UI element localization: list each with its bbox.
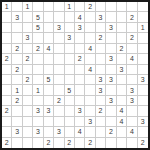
cell-r12c7[interactable] [65,117,75,127]
cell-r9c7-clue: 5 [65,85,75,95]
cell-r9c8[interactable] [75,85,85,95]
cell-r1c3-clue: 1 [23,2,33,12]
cell-r8c8[interactable] [75,75,85,85]
cell-r9c4-clue: 1 [33,85,43,95]
cell-r14c4[interactable] [33,138,43,148]
cell-r13c10[interactable] [96,127,106,137]
cell-r2c6[interactable] [54,12,64,22]
cell-r6c10[interactable] [96,54,106,64]
cell-r7c11[interactable] [106,65,116,75]
cell-r11c11[interactable] [106,106,116,116]
cell-r13c9[interactable] [85,127,95,137]
cell-r5c2-clue: 2 [12,44,22,54]
cell-r2c5[interactable] [44,12,54,22]
cell-r10c3[interactable] [23,96,33,106]
cell-r6c1-clue: 2 [2,54,12,64]
cell-r11c5-clue: 3 [44,106,54,116]
cell-r1c4[interactable] [33,2,43,12]
cell-r8c4[interactable] [33,75,43,85]
cell-r11c3[interactable] [23,106,33,116]
cell-r13c8-clue: 4 [75,127,85,137]
cell-r6c2[interactable] [12,54,22,64]
cell-r10c5[interactable] [44,96,54,106]
cell-r2c4-clue: 5 [33,12,43,22]
cell-r4c11[interactable] [106,33,116,43]
cell-r5c13[interactable] [127,44,137,54]
cell-r7c10[interactable] [96,65,106,75]
cell-r12c5[interactable] [44,117,54,127]
cell-r13c1[interactable] [2,127,12,137]
cell-r3c6-clue: 3 [54,23,64,33]
cell-r3c8-clue: 3 [75,23,85,33]
cell-r14c5-clue: 2 [44,138,54,148]
cell-r14c2[interactable] [12,138,22,148]
cell-r6c14[interactable] [138,54,148,64]
cell-r3c5[interactable] [44,23,54,33]
cell-r9c11[interactable] [106,85,116,95]
cell-r11c4-clue: 3 [33,106,43,116]
cell-r1c6[interactable] [54,2,64,12]
cell-r10c13-clue: 3 [127,96,137,106]
cell-r6c6[interactable] [54,54,64,64]
cell-r4c10-clue: 2 [96,33,106,43]
cell-r10c6-clue: 2 [54,96,64,106]
cell-r9c6[interactable] [54,85,64,95]
cell-r9c9[interactable] [85,85,95,95]
cell-r3c11-clue: 3 [106,23,116,33]
cell-r4c13-clue: 2 [127,33,137,43]
cell-r12c11[interactable] [106,117,116,127]
cell-r8c12[interactable] [117,75,127,85]
cell-r9c5[interactable] [44,85,54,95]
cell-r2c3[interactable] [23,12,33,22]
cell-r10c9[interactable] [85,96,95,106]
cell-r1c5[interactable] [44,2,54,12]
cell-r10c12[interactable] [117,96,127,106]
cell-r8c11-clue: 3 [106,75,116,85]
cell-r13c4-clue: 3 [33,127,43,137]
cell-r10c1[interactable] [2,96,12,106]
cell-r3c14-clue: 1 [138,23,148,33]
cell-r9c10-clue: 3 [96,85,106,95]
cell-r6c9[interactable] [85,54,95,64]
cell-r4c12[interactable] [117,33,127,43]
cell-r11c12-clue: 4 [117,106,127,116]
cell-r13c14[interactable] [138,127,148,137]
cell-r1c12[interactable] [117,2,127,12]
cell-r14c6[interactable] [54,138,64,148]
cell-r7c2-clue: 2 [12,65,22,75]
cell-r8c13[interactable] [127,75,137,85]
cell-r10c10[interactable] [96,96,106,106]
cell-r13c11-clue: 2 [106,127,116,137]
cell-r2c11[interactable] [106,12,116,22]
cell-r1c1-clue: 1 [2,2,12,12]
cell-r2c2-clue: 3 [12,12,22,22]
cell-r4c1[interactable] [2,33,12,43]
cell-r4c6[interactable] [54,33,64,43]
cell-r5c5-clue: 4 [44,44,54,54]
cell-r4c14[interactable] [138,33,148,43]
cell-r3c7[interactable] [65,23,75,33]
cell-r13c7[interactable] [65,127,75,137]
cell-r4c3-clue: 3 [23,33,33,43]
cell-r1c8[interactable] [75,2,85,12]
cell-r3c1[interactable] [2,23,12,33]
cell-r13c12[interactable] [117,127,127,137]
cell-r7c7[interactable] [65,65,75,75]
cell-r2c13-clue: 2 [127,12,137,22]
cell-r11c1-clue: 2 [2,106,12,116]
cell-r2c14[interactable] [138,12,148,22]
cell-r10c7[interactable] [65,96,75,106]
cell-r4c2[interactable] [12,33,22,43]
cell-r6c8-clue: 2 [75,54,85,64]
cell-r13c5[interactable] [44,127,54,137]
cell-r9c14[interactable] [138,85,148,95]
puzzle-board: 1112354325333133222244222234243253331153… [0,0,150,150]
cell-r12c14-clue: 3 [138,117,148,127]
cell-r4c9[interactable] [85,33,95,43]
cell-r8c2[interactable] [12,75,22,85]
cell-r6c5[interactable] [44,54,54,64]
cell-r1c13[interactable] [127,2,137,12]
cell-r5c10[interactable] [96,44,106,54]
cell-r2c12[interactable] [117,12,127,22]
cell-r10c14[interactable] [138,96,148,106]
cell-r13c2-clue: 3 [12,127,22,137]
cell-r12c2[interactable] [12,117,22,127]
cell-r5c7[interactable] [65,44,75,54]
cell-r3c10[interactable] [96,23,106,33]
cell-r5c8[interactable] [75,44,85,54]
cell-r3c12[interactable] [117,23,127,33]
cell-r5c6[interactable] [54,44,64,54]
cell-r8c3-clue: 2 [23,75,33,85]
cell-r12c9-clue: 3 [85,117,95,127]
cell-r14c11[interactable] [106,138,116,148]
cell-r5c11[interactable] [106,44,116,54]
cell-r7c13[interactable] [127,65,137,75]
cell-r14c9-clue: 2 [85,138,95,148]
cell-r9c1[interactable] [2,85,12,95]
cell-r8c5-clue: 5 [44,75,54,85]
cell-r1c11[interactable] [106,2,116,12]
cell-r7c6[interactable] [54,65,64,75]
cell-r10c4[interactable] [33,96,43,106]
cell-r1c9-clue: 2 [85,2,95,12]
cell-r14c14-clue: 2 [138,138,148,148]
cell-r4c5[interactable] [44,33,54,43]
cell-r12c10[interactable] [96,117,106,127]
cell-r14c7-clue: 2 [65,138,75,148]
cell-r12c1[interactable] [2,117,12,127]
cell-r2c8-clue: 4 [75,12,85,22]
cell-r5c12-clue: 2 [117,44,127,54]
cell-r8c10-clue: 3 [96,75,106,85]
cell-r4c4[interactable] [33,33,43,43]
cell-r7c5[interactable] [44,65,54,75]
cell-r6c12[interactable] [117,54,127,64]
cell-r7c4[interactable] [33,65,43,75]
cell-r1c10[interactable] [96,2,106,12]
cell-r11c6[interactable] [54,106,64,116]
cell-r5c9-clue: 4 [85,44,95,54]
cell-r12c6[interactable] [54,117,64,127]
cell-r9c12[interactable] [117,85,127,95]
cell-r1c7-clue: 1 [65,2,75,12]
cell-r9c3[interactable] [23,85,33,95]
cell-r9c13-clue: 3 [127,85,137,95]
cell-r13c3[interactable] [23,127,33,137]
cell-r14c1-clue: 2 [2,138,12,148]
cell-r3c2[interactable] [12,23,22,33]
cell-r8c14-clue: 3 [138,75,148,85]
cell-r3c3[interactable] [23,23,33,33]
cell-r12c8[interactable] [75,117,85,127]
cell-r2c1[interactable] [2,12,12,22]
cell-r10c8[interactable] [75,96,85,106]
cell-r5c1[interactable] [2,44,12,54]
cell-r5c3[interactable] [23,44,33,54]
cell-r5c14[interactable] [138,44,148,54]
cell-r11c8-clue: 3 [75,106,85,116]
cell-r8c9[interactable] [85,75,95,85]
cell-r7c12-clue: 3 [117,65,127,75]
cell-r10c2-clue: 2 [12,96,22,106]
cell-r12c3[interactable] [23,117,33,127]
cell-r14c12[interactable] [117,138,127,148]
cell-r9c2-clue: 1 [12,85,22,95]
cell-r14c8[interactable] [75,138,85,148]
cell-r6c7[interactable] [65,54,75,64]
cell-r13c6-clue: 3 [54,127,64,137]
cell-r11c9[interactable] [85,106,95,116]
cell-r2c10-clue: 3 [96,12,106,22]
cell-r2c7[interactable] [65,12,75,22]
cell-r7c9-clue: 4 [85,65,95,75]
cell-r4c8[interactable] [75,33,85,43]
cell-r6c4[interactable] [33,54,43,64]
cell-r11c2[interactable] [12,106,22,116]
cell-r4c7-clue: 3 [65,33,75,43]
cell-r11c13[interactable] [127,106,137,116]
cell-r11c14[interactable] [138,106,148,116]
cell-r6c11-clue: 3 [106,54,116,64]
cell-r14c13[interactable] [127,138,137,148]
cell-r2c9[interactable] [85,12,95,22]
cell-r3c9[interactable] [85,23,95,33]
cell-r11c7[interactable] [65,106,75,116]
cell-r8c7[interactable] [65,75,75,85]
cell-r12c13[interactable] [127,117,137,127]
cell-r7c3[interactable] [23,65,33,75]
cell-r13c13-clue: 4 [127,127,137,137]
cell-r8c1[interactable] [2,75,12,85]
cell-r7c8[interactable] [75,65,85,75]
cell-r1c14[interactable] [138,2,148,12]
cell-r1c2[interactable] [12,2,22,12]
cell-r6c13-clue: 4 [127,54,137,64]
cell-r5c4-clue: 2 [33,44,43,54]
cell-r11c10-clue: 2 [96,106,106,116]
cell-r3c13[interactable] [127,23,137,33]
cell-r3c4-clue: 5 [33,23,43,33]
cell-r12c4[interactable] [33,117,43,127]
cell-r7c1[interactable] [2,65,12,75]
cell-r7c14[interactable] [138,65,148,75]
cell-r14c3[interactable] [23,138,33,148]
cell-r14c10[interactable] [96,138,106,148]
cell-r6c3-clue: 2 [23,54,33,64]
cell-r10c11-clue: 3 [106,96,116,106]
cell-r12c12-clue: 4 [117,117,127,127]
cell-r8c6[interactable] [54,75,64,85]
